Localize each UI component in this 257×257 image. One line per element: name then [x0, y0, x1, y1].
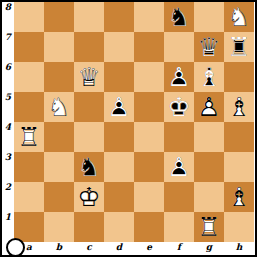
square-h6[interactable] — [224, 62, 254, 92]
rank-label-5: 5 — [2, 92, 14, 122]
black-knight-outline: ♘ — [164, 2, 194, 32]
file-label-f: f — [164, 242, 194, 255]
square-f7[interactable] — [164, 32, 194, 62]
square-f3[interactable]: ♟♙ — [164, 152, 194, 182]
white-pawn-icon: ♟ — [194, 92, 224, 122]
black-king-icon: ♚ — [164, 92, 194, 122]
square-c8[interactable] — [74, 2, 104, 32]
file-labels: abcdefgh — [14, 242, 254, 255]
rank-label-3: 3 — [2, 152, 14, 182]
square-d2[interactable] — [104, 182, 134, 212]
black-knight-outline: ♘ — [74, 152, 104, 182]
rank-label-4: 4 — [2, 122, 14, 152]
square-c7[interactable] — [74, 32, 104, 62]
square-c3[interactable]: ♞♘ — [74, 152, 104, 182]
chess-board: ♞♘♞♘♛♕♜♖♛♕♟♙♝♗♞♘♟♙♚♔♟♙♝♗♜♖♞♘♟♙♚♔♝♗♜♖ — [14, 2, 254, 242]
white-queen-icon: ♛ — [74, 62, 104, 92]
black-bishop-icon: ♝ — [194, 62, 224, 92]
square-e5[interactable] — [134, 92, 164, 122]
white-queen-outline: ♕ — [74, 62, 104, 92]
square-c2[interactable]: ♚♔ — [74, 182, 104, 212]
white-bishop-outline: ♗ — [224, 182, 254, 212]
file-label-d: d — [104, 242, 134, 255]
square-d8[interactable] — [104, 2, 134, 32]
square-g3[interactable] — [194, 152, 224, 182]
white-rook-icon: ♜ — [14, 122, 44, 152]
square-e1[interactable] — [134, 212, 164, 242]
square-f5[interactable]: ♚♔ — [164, 92, 194, 122]
square-d6[interactable] — [104, 62, 134, 92]
square-b5[interactable]: ♞♘ — [44, 92, 74, 122]
white-bishop-outline: ♗ — [224, 92, 254, 122]
black-pawn-icon: ♟ — [164, 62, 194, 92]
square-e6[interactable] — [134, 62, 164, 92]
file-label-b: b — [44, 242, 74, 255]
white-knight-outline: ♘ — [44, 92, 74, 122]
square-h7[interactable]: ♜♖ — [224, 32, 254, 62]
square-g6[interactable]: ♝♗ — [194, 62, 224, 92]
square-b1[interactable] — [44, 212, 74, 242]
square-e7[interactable] — [134, 32, 164, 62]
white-rook-outline: ♖ — [14, 122, 44, 152]
square-h3[interactable] — [224, 152, 254, 182]
black-queen-icon: ♛ — [194, 32, 224, 62]
black-pawn-outline: ♙ — [104, 92, 134, 122]
square-c1[interactable] — [74, 212, 104, 242]
square-a3[interactable] — [14, 152, 44, 182]
square-f4[interactable] — [164, 122, 194, 152]
square-d7[interactable] — [104, 32, 134, 62]
black-knight-icon: ♞ — [74, 152, 104, 182]
square-b2[interactable] — [44, 182, 74, 212]
black-pawn-icon: ♟ — [104, 92, 134, 122]
square-d1[interactable] — [104, 212, 134, 242]
square-a2[interactable] — [14, 182, 44, 212]
rank-labels: 87654321 — [2, 2, 14, 242]
white-rook-outline: ♖ — [194, 212, 224, 242]
square-g4[interactable] — [194, 122, 224, 152]
square-f6[interactable]: ♟♙ — [164, 62, 194, 92]
square-f1[interactable] — [164, 212, 194, 242]
rank-label-6: 6 — [2, 62, 14, 92]
file-label-h: h — [224, 242, 254, 255]
file-label-g: g — [194, 242, 224, 255]
square-b3[interactable] — [44, 152, 74, 182]
file-label-c: c — [74, 242, 104, 255]
white-bishop-icon: ♝ — [224, 182, 254, 212]
black-pawn-icon: ♟ — [164, 152, 194, 182]
chess-diagram: 87654321 ♞♘♞♘♛♕♜♖♛♕♟♙♝♗♞♘♟♙♚♔♟♙♝♗♜♖♞♘♟♙♚… — [0, 0, 257, 257]
white-knight-outline: ♘ — [224, 2, 254, 32]
rank-label-7: 7 — [2, 32, 14, 62]
square-g7[interactable]: ♛♕ — [194, 32, 224, 62]
square-c6[interactable]: ♛♕ — [74, 62, 104, 92]
white-pawn-outline: ♙ — [194, 92, 224, 122]
side-to-move-indicator — [6, 238, 25, 257]
square-a6[interactable] — [14, 62, 44, 92]
black-rook-icon: ♜ — [224, 32, 254, 62]
white-knight-icon: ♞ — [44, 92, 74, 122]
square-h5[interactable]: ♝♗ — [224, 92, 254, 122]
square-b4[interactable] — [44, 122, 74, 152]
file-label-e: e — [134, 242, 164, 255]
black-rook-outline: ♖ — [224, 32, 254, 62]
square-c4[interactable] — [74, 122, 104, 152]
square-c5[interactable] — [74, 92, 104, 122]
square-f8[interactable]: ♞♘ — [164, 2, 194, 32]
rank-label-8: 8 — [2, 2, 14, 32]
white-bishop-icon: ♝ — [224, 92, 254, 122]
black-pawn-outline: ♙ — [164, 62, 194, 92]
square-h8[interactable]: ♞♘ — [224, 2, 254, 32]
white-king-outline: ♔ — [74, 182, 104, 212]
black-queen-outline: ♕ — [194, 32, 224, 62]
square-g1[interactable]: ♜♖ — [194, 212, 224, 242]
square-a7[interactable] — [14, 32, 44, 62]
square-e3[interactable] — [134, 152, 164, 182]
square-h1[interactable] — [224, 212, 254, 242]
black-bishop-outline: ♗ — [194, 62, 224, 92]
square-e2[interactable] — [134, 182, 164, 212]
white-knight-icon: ♞ — [224, 2, 254, 32]
rank-label-2: 2 — [2, 182, 14, 212]
black-king-outline: ♔ — [164, 92, 194, 122]
square-f2[interactable] — [164, 182, 194, 212]
white-rook-icon: ♜ — [194, 212, 224, 242]
white-king-icon: ♚ — [74, 182, 104, 212]
square-h4[interactable] — [224, 122, 254, 152]
square-d3[interactable] — [104, 152, 134, 182]
black-knight-icon: ♞ — [164, 2, 194, 32]
square-b8[interactable] — [44, 2, 74, 32]
square-b6[interactable] — [44, 62, 74, 92]
square-d4[interactable] — [104, 122, 134, 152]
square-e8[interactable] — [134, 2, 164, 32]
square-a8[interactable] — [14, 2, 44, 32]
square-a5[interactable] — [14, 92, 44, 122]
square-b7[interactable] — [44, 32, 74, 62]
square-h2[interactable]: ♝♗ — [224, 182, 254, 212]
square-e4[interactable] — [134, 122, 164, 152]
square-a4[interactable]: ♜♖ — [14, 122, 44, 152]
black-pawn-outline: ♙ — [164, 152, 194, 182]
square-d5[interactable]: ♟♙ — [104, 92, 134, 122]
square-g5[interactable]: ♟♙ — [194, 92, 224, 122]
square-g8[interactable] — [194, 2, 224, 32]
square-g2[interactable] — [194, 182, 224, 212]
